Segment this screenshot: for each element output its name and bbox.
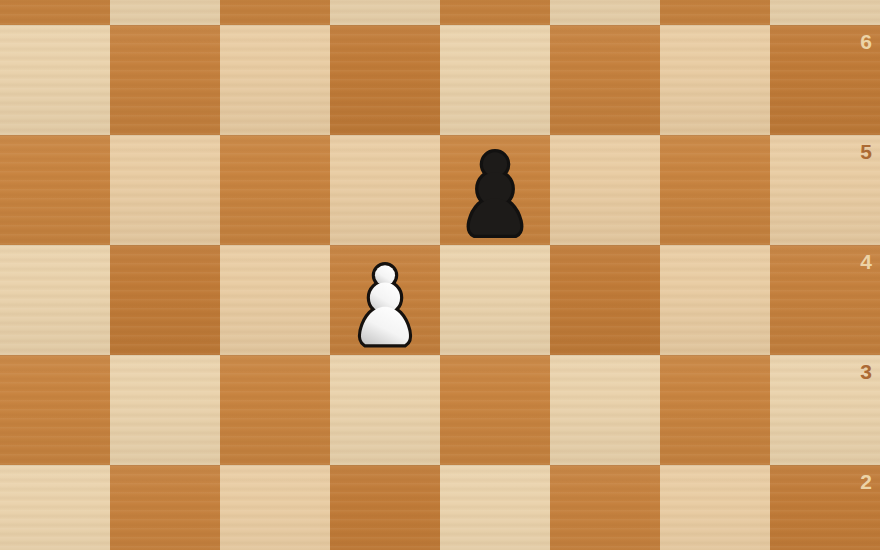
square-a5[interactable] xyxy=(0,135,110,245)
square-b6[interactable] xyxy=(110,25,220,135)
square-f7[interactable] xyxy=(550,0,660,25)
square-f6[interactable] xyxy=(550,25,660,135)
square-c3[interactable] xyxy=(220,355,330,465)
square-e4[interactable] xyxy=(440,245,550,355)
square-b4[interactable] xyxy=(110,245,220,355)
square-h4[interactable]: 4 xyxy=(770,245,880,355)
square-a2[interactable] xyxy=(0,465,110,550)
square-b3[interactable] xyxy=(110,355,220,465)
square-e6[interactable] xyxy=(440,25,550,135)
square-f2[interactable] xyxy=(550,465,660,550)
square-c7[interactable] xyxy=(220,0,330,25)
square-h7[interactable] xyxy=(770,0,880,25)
square-g6[interactable] xyxy=(660,25,770,135)
square-f4[interactable] xyxy=(550,245,660,355)
rank-label-3: 3 xyxy=(860,361,872,382)
square-b2[interactable] xyxy=(110,465,220,550)
square-d2[interactable] xyxy=(330,465,440,550)
square-g3[interactable] xyxy=(660,355,770,465)
square-a7[interactable] xyxy=(0,0,110,25)
rank-label-2: 2 xyxy=(860,471,872,492)
rank-label-4: 4 xyxy=(860,251,872,272)
square-e5[interactable] xyxy=(440,135,550,245)
square-c4[interactable] xyxy=(220,245,330,355)
square-d3[interactable] xyxy=(330,355,440,465)
square-b7[interactable] xyxy=(110,0,220,25)
square-a4[interactable] xyxy=(0,245,110,355)
chess-board: 65432 xyxy=(0,0,880,550)
rank-label-5: 5 xyxy=(860,141,872,162)
chess-board-viewport: 65432 xyxy=(0,0,880,550)
rank-label-6: 6 xyxy=(860,31,872,52)
square-e3[interactable] xyxy=(440,355,550,465)
square-d7[interactable] xyxy=(330,0,440,25)
square-a6[interactable] xyxy=(0,25,110,135)
square-c6[interactable] xyxy=(220,25,330,135)
square-e2[interactable] xyxy=(440,465,550,550)
square-h2[interactable]: 2 xyxy=(770,465,880,550)
square-d5[interactable] xyxy=(330,135,440,245)
square-e7[interactable] xyxy=(440,0,550,25)
square-h6[interactable]: 6 xyxy=(770,25,880,135)
square-b5[interactable] xyxy=(110,135,220,245)
square-h3[interactable]: 3 xyxy=(770,355,880,465)
square-g2[interactable] xyxy=(660,465,770,550)
white-pawn[interactable] xyxy=(353,261,417,349)
square-d6[interactable] xyxy=(330,25,440,135)
square-g4[interactable] xyxy=(660,245,770,355)
square-f3[interactable] xyxy=(550,355,660,465)
square-g7[interactable] xyxy=(660,0,770,25)
black-pawn[interactable] xyxy=(462,149,529,239)
square-f5[interactable] xyxy=(550,135,660,245)
square-c5[interactable] xyxy=(220,135,330,245)
square-c2[interactable] xyxy=(220,465,330,550)
square-a3[interactable] xyxy=(0,355,110,465)
square-h5[interactable]: 5 xyxy=(770,135,880,245)
square-d4[interactable] xyxy=(330,245,440,355)
square-g5[interactable] xyxy=(660,135,770,245)
